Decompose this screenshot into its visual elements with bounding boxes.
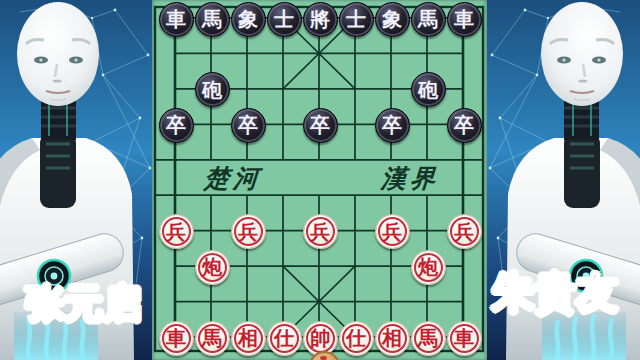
piece-black-chariot[interactable]: 車 — [447, 2, 482, 37]
piece-red-chariot[interactable]: 車 — [159, 321, 194, 356]
piece-red-soldier[interactable]: 兵 — [231, 214, 266, 249]
piece-black-advisor[interactable]: 士 — [267, 2, 302, 37]
piece-black-horse[interactable]: 馬 — [195, 2, 230, 37]
piece-black-soldier[interactable]: 卒 — [159, 108, 194, 143]
piece-black-chariot[interactable]: 車 — [159, 2, 194, 37]
piece-red-soldier[interactable]: 兵 — [447, 214, 482, 249]
xiangqi-broadcast-screen: 楚河 漢界 車馬象士將士象馬車砲砲卒卒卒卒卒兵兵兵兵兵炮炮車馬相仕帥仕相馬車 张… — [0, 0, 640, 360]
piece-red-soldier[interactable]: 兵 — [159, 214, 194, 249]
piece-red-general[interactable]: 帥 — [303, 321, 338, 356]
piece-red-advisor[interactable]: 仕 — [339, 321, 374, 356]
piece-red-elephant[interactable]: 相 — [375, 321, 410, 356]
piece-red-cannon[interactable]: 炮 — [195, 250, 230, 285]
river-label-han-jie: 漢界 — [380, 162, 440, 196]
piece-black-soldier[interactable]: 卒 — [303, 108, 338, 143]
piece-black-soldier[interactable]: 卒 — [447, 108, 482, 143]
piece-red-chariot[interactable]: 車 — [447, 321, 482, 356]
piece-black-soldier[interactable]: 卒 — [231, 108, 266, 143]
piece-red-horse[interactable]: 馬 — [411, 321, 446, 356]
piece-red-advisor[interactable]: 仕 — [267, 321, 302, 356]
piece-black-elephant[interactable]: 象 — [375, 2, 410, 37]
river-label-chu-he: 楚河 — [203, 162, 263, 196]
piece-red-soldier[interactable]: 兵 — [303, 214, 338, 249]
piece-black-elephant[interactable]: 象 — [231, 2, 266, 37]
piece-red-cannon[interactable]: 炮 — [411, 250, 446, 285]
piece-red-horse[interactable]: 馬 — [195, 321, 230, 356]
xiangqi-board[interactable]: 楚河 漢界 車馬象士將士象馬車砲砲卒卒卒卒卒兵兵兵兵兵炮炮車馬相仕帥仕相馬車 — [152, 0, 487, 360]
right-player-name: 朱贵友 — [492, 265, 618, 321]
piece-black-general[interactable]: 將 — [303, 2, 338, 37]
piece-black-cannon[interactable]: 砲 — [195, 72, 230, 107]
piece-red-elephant[interactable]: 相 — [231, 321, 266, 356]
piece-red-soldier[interactable]: 兵 — [375, 214, 410, 249]
piece-black-cannon[interactable]: 砲 — [411, 72, 446, 107]
piece-black-soldier[interactable]: 卒 — [375, 108, 410, 143]
piece-black-advisor[interactable]: 士 — [339, 2, 374, 37]
left-player-name: 张元启 — [25, 277, 142, 331]
piece-black-horse[interactable]: 馬 — [411, 2, 446, 37]
